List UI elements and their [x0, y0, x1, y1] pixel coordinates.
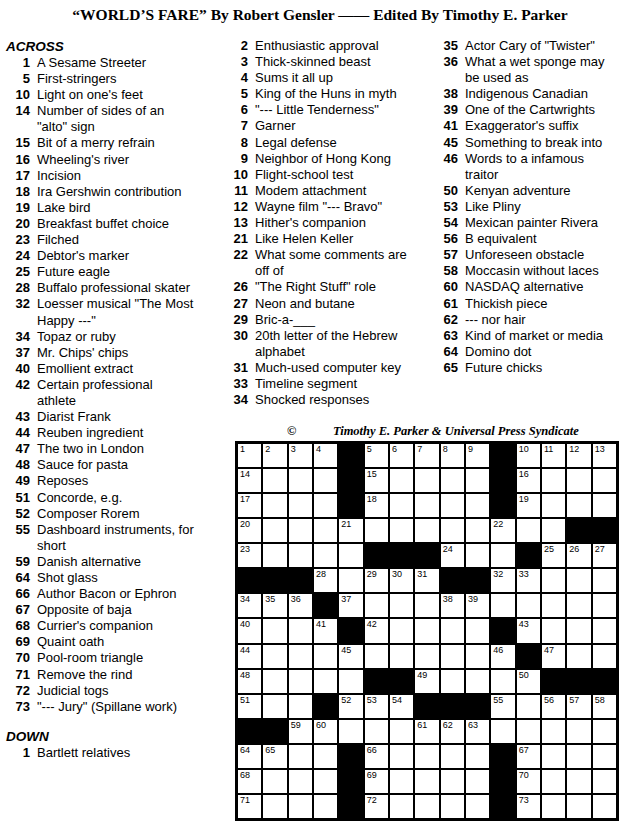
grid-cell-r14c7[interactable] — [389, 769, 414, 794]
grid-cell-r4c7[interactable] — [389, 518, 414, 543]
grid-cell-r8c4[interactable]: 41 — [313, 618, 338, 643]
section-gap — [6, 715, 228, 728]
grid-cell-r10c8[interactable]: 49 — [414, 669, 439, 694]
clue-down-2: 2Enthusiastic approval — [226, 38, 432, 54]
clue-across-69: 69Quaint oath — [6, 634, 228, 650]
grid-cell-r10c3[interactable] — [288, 669, 313, 694]
grid-cell-r4c13[interactable] — [541, 518, 566, 543]
cell-number: 36 — [291, 594, 301, 604]
copyright-line: © Timothy E. Parker & Universal Press Sy… — [235, 424, 619, 440]
cell-number: 57 — [569, 695, 579, 705]
clue-number: 30 — [226, 328, 248, 344]
clue-text: Shocked responses — [255, 392, 410, 408]
clue-text: Timeline segment — [255, 376, 410, 392]
clue-text: --- nor hair — [465, 312, 615, 328]
grid-cell-r2c6[interactable]: 15 — [364, 468, 389, 493]
grid-cell-r3c5 — [338, 493, 363, 518]
grid-cell-r7c7[interactable] — [389, 593, 414, 618]
cell-number: 26 — [569, 544, 579, 554]
grid-cell-r15c2[interactable] — [262, 794, 287, 819]
grid-cell-r12c12[interactable] — [516, 719, 541, 744]
grid-cell-r8c15[interactable] — [592, 618, 617, 643]
clue-number: 42 — [6, 377, 30, 393]
grid-cell-r11c6[interactable]: 53 — [364, 694, 389, 719]
grid-cell-r12c8[interactable]: 61 — [414, 719, 439, 744]
grid-cell-r15c12[interactable]: 73 — [516, 794, 541, 819]
grid-cell-r13c13[interactable] — [541, 744, 566, 769]
grid-cell-r11c5[interactable]: 52 — [338, 694, 363, 719]
grid-cell-r8c13[interactable] — [541, 618, 566, 643]
grid-cell-r8c2[interactable] — [262, 618, 287, 643]
grid-cell-r2c2[interactable] — [262, 468, 287, 493]
grid-cell-r3c6[interactable]: 18 — [364, 493, 389, 518]
grid-cell-r1c9[interactable]: 8 — [440, 443, 465, 468]
grid-cell-r4c11[interactable]: 22 — [490, 518, 515, 543]
grid-cell-r9c8[interactable] — [414, 644, 439, 669]
clue-text: "--- Jury" (Spillane work) — [37, 699, 195, 715]
grid-cell-r8c8[interactable] — [414, 618, 439, 643]
grid-cell-r4c5[interactable]: 21 — [338, 518, 363, 543]
grid-cell-r12c1 — [237, 719, 262, 744]
grid-cell-r4c6[interactable] — [364, 518, 389, 543]
cell-number: 61 — [417, 720, 427, 730]
grid-cell-r8c1[interactable]: 40 — [237, 618, 262, 643]
clue-text: Garner — [255, 118, 410, 134]
grid-cell-r7c12[interactable] — [516, 593, 541, 618]
clue-number: 36 — [436, 54, 458, 70]
grid-cell-r2c3[interactable] — [288, 468, 313, 493]
grid-cell-r4c9[interactable] — [440, 518, 465, 543]
grid-cell-r3c10[interactable] — [465, 493, 490, 518]
down-header: DOWN — [6, 728, 228, 745]
grid-cell-r7c14[interactable] — [566, 593, 591, 618]
clue-number: 52 — [6, 506, 30, 522]
grid-cell-r13c4[interactable] — [313, 744, 338, 769]
cell-number: 11 — [544, 444, 553, 454]
grid-cell-r1c5 — [338, 443, 363, 468]
cell-number: 3 — [291, 444, 296, 454]
grid-cell-r13c2[interactable]: 65 — [262, 744, 287, 769]
clue-text: A Sesame Streeter — [37, 55, 195, 71]
clue-across-20: 20Breakfast buffet choice — [6, 216, 228, 232]
clue-down-64: 64Domino dot — [436, 344, 636, 360]
grid-cell-r1c13[interactable]: 11 — [541, 443, 566, 468]
clue-across-47: 47The two in London — [6, 441, 228, 457]
grid-cell-r14c6[interactable]: 69 — [364, 769, 389, 794]
grid-cell-r5c10[interactable] — [465, 543, 490, 568]
clue-text: King of the Huns in myth — [255, 86, 410, 102]
grid-cell-r6c5[interactable] — [338, 568, 363, 593]
grid-cell-r1c3[interactable]: 3 — [288, 443, 313, 468]
grid-cell-r10c14 — [566, 669, 591, 694]
grid-cell-r11c11[interactable]: 55 — [490, 694, 515, 719]
grid-cell-r9c6[interactable] — [364, 644, 389, 669]
grid-cell-r7c8[interactable] — [414, 593, 439, 618]
clue-across-10: 10Light on one's feet — [6, 87, 228, 103]
clue-number: 1 — [6, 55, 30, 71]
grid-cell-r5c11[interactable] — [490, 543, 515, 568]
grid-cell-r15c9[interactable] — [440, 794, 465, 819]
grid-cell-r5c13[interactable]: 25 — [541, 543, 566, 568]
grid-cell-r2c7[interactable] — [389, 468, 414, 493]
clue-number: 62 — [436, 312, 458, 328]
grid-cell-r1c12[interactable]: 10 — [516, 443, 541, 468]
grid-cell-r12c4[interactable]: 60 — [313, 719, 338, 744]
grid-cell-r15c7[interactable] — [389, 794, 414, 819]
clue-down-1: 1Bartlett relatives — [6, 745, 228, 761]
clue-down-5: 5King of the Huns in myth — [226, 86, 432, 102]
grid-cell-r15c8[interactable] — [414, 794, 439, 819]
grid-cell-r3c9[interactable] — [440, 493, 465, 518]
grid-cell-r12c3[interactable]: 59 — [288, 719, 313, 744]
clue-column-right: 35Actor Cary of "Twister"36What a wet sp… — [436, 38, 636, 376]
clue-text: Reuben ingredient — [37, 425, 195, 441]
clue-down-65: 65Future chicks — [436, 360, 636, 376]
clue-number: 10 — [226, 167, 248, 183]
clue-across-48: 48Sauce for pasta — [6, 457, 228, 473]
grid-cell-r8c14[interactable] — [566, 618, 591, 643]
grid-cell-r1c2[interactable]: 2 — [262, 443, 287, 468]
grid-cell-r8c7[interactable] — [389, 618, 414, 643]
grid-cell-r9c5[interactable]: 45 — [338, 644, 363, 669]
cell-number: 32 — [493, 569, 503, 579]
grid-cell-r3c12[interactable]: 19 — [516, 493, 541, 518]
clue-number: 59 — [6, 554, 30, 570]
grid-cell-r1c7[interactable]: 6 — [389, 443, 414, 468]
clue-number: 21 — [226, 231, 248, 247]
grid-cell-r14c1[interactable]: 68 — [237, 769, 262, 794]
grid-cell-r6c11[interactable]: 32 — [490, 568, 515, 593]
grid-cell-r7c3[interactable]: 36 — [288, 593, 313, 618]
grid-cell-r9c3[interactable] — [288, 644, 313, 669]
clue-text: Words to a infamous traitor — [465, 151, 615, 183]
clue-down-61: 61Thickish piece — [436, 296, 636, 312]
grid-cell-r4c4[interactable] — [313, 518, 338, 543]
cell-number: 69 — [367, 770, 377, 780]
grid-cell-r13c8[interactable] — [414, 744, 439, 769]
grid-cell-r15c11 — [490, 794, 515, 819]
grid-cell-r13c6[interactable]: 66 — [364, 744, 389, 769]
grid-cell-r14c2[interactable] — [262, 769, 287, 794]
clue-number: 63 — [436, 328, 458, 344]
grid-cell-r15c15[interactable] — [592, 794, 617, 819]
grid-cell-r12c13[interactable] — [541, 719, 566, 744]
grid-cell-r10c9[interactable] — [440, 669, 465, 694]
grid-cell-r13c15[interactable] — [592, 744, 617, 769]
clue-text: Currier's companion — [37, 618, 195, 634]
cell-number: 68 — [240, 770, 250, 780]
clue-text: What some comments are off of — [255, 247, 410, 279]
grid-cell-r6c4[interactable]: 28 — [313, 568, 338, 593]
cell-number: 65 — [265, 745, 275, 755]
grid-cell-r9c2[interactable] — [262, 644, 287, 669]
copyright-text: Timothy E. Parker & Universal Press Synd… — [333, 424, 579, 439]
cell-number: 70 — [519, 770, 529, 780]
grid-cell-r11c14[interactable]: 57 — [566, 694, 591, 719]
grid-cell-r12c9[interactable]: 62 — [440, 719, 465, 744]
grid-cell-r5c14[interactable]: 26 — [566, 543, 591, 568]
clue-text: Incision — [37, 168, 195, 184]
grid-cell-r10c11[interactable] — [490, 669, 515, 694]
grid-cell-r5c15[interactable]: 27 — [592, 543, 617, 568]
grid-cell-r15c14[interactable] — [566, 794, 591, 819]
grid-cell-r12c5[interactable] — [338, 719, 363, 744]
cell-number: 44 — [240, 645, 250, 655]
grid-cell-r5c3[interactable] — [288, 543, 313, 568]
grid-cell-r13c14[interactable] — [566, 744, 591, 769]
clue-number: 68 — [6, 618, 30, 634]
cell-number: 45 — [341, 645, 351, 655]
grid-cell-r7c10[interactable]: 39 — [465, 593, 490, 618]
grid-cell-r10c1[interactable]: 48 — [237, 669, 262, 694]
grid-cell-r13c1[interactable]: 64 — [237, 744, 262, 769]
clue-number: 19 — [6, 200, 30, 216]
grid-cell-r15c13[interactable] — [541, 794, 566, 819]
grid-cell-r7c11[interactable] — [490, 593, 515, 618]
grid-cell-r9c15[interactable] — [592, 644, 617, 669]
grid-cell-r10c5[interactable] — [338, 669, 363, 694]
grid-cell-r13c3[interactable] — [288, 744, 313, 769]
clue-number: 5 — [6, 71, 30, 87]
grid-cell-r8c10[interactable] — [465, 618, 490, 643]
grid-cell-r4c2[interactable] — [262, 518, 287, 543]
grid-cell-r12c15[interactable] — [592, 719, 617, 744]
grid-cell-r7c6[interactable] — [364, 593, 389, 618]
clue-number: 66 — [6, 586, 30, 602]
cell-number: 53 — [367, 695, 377, 705]
clue-number: 15 — [6, 135, 30, 151]
clue-number: 18 — [6, 184, 30, 200]
grid-cell-r1c15[interactable]: 13 — [592, 443, 617, 468]
clue-down-7: 7Garner — [226, 118, 432, 134]
grid-cell-r8c12[interactable]: 43 — [516, 618, 541, 643]
grid-cell-r8c3[interactable] — [288, 618, 313, 643]
clue-number: 51 — [6, 490, 30, 506]
grid-cell-r5c1[interactable]: 23 — [237, 543, 262, 568]
clue-down-60: 60NASDAQ alternative — [436, 279, 636, 295]
grid-cell-r14c8[interactable] — [414, 769, 439, 794]
grid-cell-r15c1[interactable]: 71 — [237, 794, 262, 819]
cell-number: 30 — [392, 569, 402, 579]
grid-cell-r7c13[interactable] — [541, 593, 566, 618]
grid-cell-r5c2[interactable] — [262, 543, 287, 568]
grid-cell-r12c6[interactable] — [364, 719, 389, 744]
grid-cell-r1c1[interactable]: 1 — [237, 443, 262, 468]
cell-number: 39 — [468, 594, 478, 604]
grid-cell-r1c8[interactable]: 7 — [414, 443, 439, 468]
grid-cell-r4c15 — [592, 518, 617, 543]
clue-text: Enthusiastic approval — [255, 38, 410, 54]
clue-text: Legal defense — [255, 135, 410, 151]
grid-cell-r12c11[interactable] — [490, 719, 515, 744]
clue-text: Loesser musical "The Most Happy ---" — [37, 296, 195, 328]
grid-cell-r11c7[interactable]: 54 — [389, 694, 414, 719]
clue-number: 37 — [6, 345, 30, 361]
clue-text: Lake bird — [37, 200, 195, 216]
clue-number: 6 — [226, 102, 248, 118]
grid-cell-r9c9[interactable] — [440, 644, 465, 669]
clue-column-middle: 2Enthusiastic approval3Thick-skinned bea… — [226, 38, 432, 408]
grid-cell-r3c2[interactable] — [262, 493, 287, 518]
clue-across-67: 67Opposite of baja — [6, 602, 228, 618]
clue-text: Wheeling's river — [37, 152, 195, 168]
clue-number: 44 — [6, 425, 30, 441]
clue-number: 41 — [436, 118, 458, 134]
grid-cell-r14c9[interactable] — [440, 769, 465, 794]
grid-cell-r7c1[interactable]: 34 — [237, 593, 262, 618]
grid-cell-r9c13[interactable]: 47 — [541, 644, 566, 669]
grid-cell-r12c2 — [262, 719, 287, 744]
grid-cell-r2c13[interactable] — [541, 468, 566, 493]
clue-text: Certain professional athlete — [37, 377, 195, 409]
grid-cell-r9c11[interactable]: 46 — [490, 644, 515, 669]
clue-across-5: 5First-stringers — [6, 71, 228, 87]
grid-cell-r7c2[interactable]: 35 — [262, 593, 287, 618]
grid-cell-r6c8[interactable]: 31 — [414, 568, 439, 593]
grid-cell-r9c4[interactable] — [313, 644, 338, 669]
grid-cell-r4c12[interactable] — [516, 518, 541, 543]
grid-cell-r13c7[interactable] — [389, 744, 414, 769]
grid-cell-r13c9[interactable] — [440, 744, 465, 769]
clue-across-49: 49Reposes — [6, 473, 228, 489]
clue-number: 11 — [226, 183, 248, 199]
clue-across-55: 55Dashboard instruments, for short — [6, 522, 228, 554]
clue-number: 40 — [6, 361, 30, 377]
clue-text: Pool-room triangle — [37, 650, 195, 666]
grid-cell-r2c8[interactable] — [414, 468, 439, 493]
grid-cell-r14c15[interactable] — [592, 769, 617, 794]
clue-number: 16 — [6, 152, 30, 168]
grid-cell-r14c4[interactable] — [313, 769, 338, 794]
grid-cell-r11c2[interactable] — [262, 694, 287, 719]
clue-down-9: 9Neighbor of Hong Kong — [226, 151, 432, 167]
grid-cell-r11c13[interactable]: 56 — [541, 694, 566, 719]
grid-cell-r4c10[interactable] — [465, 518, 490, 543]
grid-cell-r4c3[interactable] — [288, 518, 313, 543]
grid-cell-r13c10[interactable] — [465, 744, 490, 769]
clue-text: Debtor's marker — [37, 248, 195, 264]
cell-number: 22 — [493, 519, 503, 529]
clue-across-51: 51Concorde, e.g. — [6, 490, 228, 506]
cell-number: 62 — [443, 720, 453, 730]
clue-number: 10 — [6, 87, 30, 103]
grid-cell-r14c10[interactable] — [465, 769, 490, 794]
cell-number: 40 — [240, 619, 250, 629]
grid-cell-r5c4[interactable] — [313, 543, 338, 568]
cell-number: 17 — [240, 494, 250, 504]
grid-cell-r9c7[interactable] — [389, 644, 414, 669]
grid-cell-r4c1[interactable]: 20 — [237, 518, 262, 543]
grid-cell-r15c6[interactable]: 72 — [364, 794, 389, 819]
clue-number: 73 — [6, 699, 30, 715]
grid-cell-r6c7[interactable]: 30 — [389, 568, 414, 593]
grid-cell-r9c10[interactable] — [465, 644, 490, 669]
clue-down-29: 29Bric-a-___ — [226, 312, 432, 328]
grid-cell-r7c15[interactable] — [592, 593, 617, 618]
grid-cell-r12c7[interactable] — [389, 719, 414, 744]
grid-cell-r14c12[interactable]: 70 — [516, 769, 541, 794]
clue-text: One of the Cartwrights — [465, 102, 615, 118]
grid-cell-r5c6 — [364, 543, 389, 568]
grid-cell-r11c3[interactable] — [288, 694, 313, 719]
grid-cell-r2c1[interactable]: 14 — [237, 468, 262, 493]
grid-cell-r5c9[interactable]: 24 — [440, 543, 465, 568]
cell-number: 27 — [595, 544, 605, 554]
grid-cell-r6c14[interactable] — [566, 568, 591, 593]
grid-cell-r3c15[interactable] — [592, 493, 617, 518]
grid-cell-r3c1[interactable]: 17 — [237, 493, 262, 518]
grid-cell-r7c9[interactable]: 38 — [440, 593, 465, 618]
grid-cell-r10c10[interactable] — [465, 669, 490, 694]
grid-cell-r1c14[interactable]: 12 — [566, 443, 591, 468]
grid-cell-r9c14[interactable] — [566, 644, 591, 669]
grid-cell-r10c12[interactable]: 50 — [516, 669, 541, 694]
grid-cell-r8c6[interactable]: 42 — [364, 618, 389, 643]
grid-cell-r14c11 — [490, 769, 515, 794]
grid-cell-r15c10[interactable] — [465, 794, 490, 819]
grid-cell-r10c4[interactable] — [313, 669, 338, 694]
clue-down-31: 31Much-used computer key — [226, 360, 432, 376]
grid-cell-r11c15[interactable]: 58 — [592, 694, 617, 719]
grid-cell-r13c12[interactable]: 67 — [516, 744, 541, 769]
grid-cell-r12c14[interactable] — [566, 719, 591, 744]
clue-text: Exaggerator's suffix — [465, 118, 615, 134]
grid-cell-r7c5[interactable]: 37 — [338, 593, 363, 618]
grid-cell-r8c9[interactable] — [440, 618, 465, 643]
grid-cell-r4c8[interactable] — [414, 518, 439, 543]
grid-cell-r1c6[interactable]: 5 — [364, 443, 389, 468]
grid-cell-r6c13[interactable] — [541, 568, 566, 593]
clue-across-43: 43Diarist Frank — [6, 409, 228, 425]
grid-cell-r3c8[interactable] — [414, 493, 439, 518]
grid-cell-r5c5[interactable] — [338, 543, 363, 568]
grid-cell-r14c3[interactable] — [288, 769, 313, 794]
grid-cell-r6c12[interactable]: 33 — [516, 568, 541, 593]
grid-cell-r3c11 — [490, 493, 515, 518]
grid-cell-r11c12[interactable] — [516, 694, 541, 719]
grid-cell-r1c4[interactable]: 4 — [313, 443, 338, 468]
grid-cell-r10c15 — [592, 669, 617, 694]
grid-cell-r2c9[interactable] — [440, 468, 465, 493]
grid-cell-r6c6[interactable]: 29 — [364, 568, 389, 593]
grid-cell-r3c7[interactable] — [389, 493, 414, 518]
grid-cell-r15c3[interactable] — [288, 794, 313, 819]
grid-cell-r9c1[interactable]: 44 — [237, 644, 262, 669]
grid-cell-r6c15[interactable] — [592, 568, 617, 593]
grid-cell-r1c10[interactable]: 9 — [465, 443, 490, 468]
cell-number: 15 — [367, 469, 377, 479]
grid-cell-r12c10[interactable]: 63 — [465, 719, 490, 744]
grid-cell-r3c4[interactable] — [313, 493, 338, 518]
grid-cell-r2c14[interactable] — [566, 468, 591, 493]
grid-cell-r3c13[interactable] — [541, 493, 566, 518]
clue-text: The two in London — [37, 441, 195, 457]
grid-cell-r10c2[interactable] — [262, 669, 287, 694]
grid-cell-r11c1[interactable]: 51 — [237, 694, 262, 719]
grid-cell-r6c9 — [440, 568, 465, 593]
grid-cell-r2c15[interactable] — [592, 468, 617, 493]
grid-cell-r3c3[interactable] — [288, 493, 313, 518]
grid-cell-r2c4[interactable] — [313, 468, 338, 493]
cell-number: 60 — [316, 720, 326, 730]
grid-cell-r15c4[interactable] — [313, 794, 338, 819]
grid-cell-r14c14[interactable] — [566, 769, 591, 794]
clue-down-46: 46Words to a infamous traitor — [436, 151, 636, 183]
grid-cell-r2c10[interactable] — [465, 468, 490, 493]
grid-cell-r14c13[interactable] — [541, 769, 566, 794]
grid-cell-r2c12[interactable]: 16 — [516, 468, 541, 493]
grid-cell-r3c14[interactable] — [566, 493, 591, 518]
